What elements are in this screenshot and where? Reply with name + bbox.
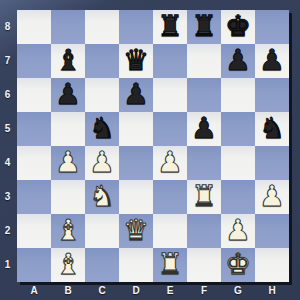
square-e6[interactable]: [153, 78, 187, 112]
square-d5[interactable]: [119, 112, 153, 146]
file-label-h: H: [255, 283, 289, 299]
square-h8[interactable]: [255, 10, 289, 44]
white-rook-e1: ♜: [153, 248, 187, 282]
white-pawn-c4: ♟: [85, 146, 119, 180]
rank-label-5: 5: [0, 112, 15, 146]
chess-board: ♜♜♚♝♛♟♟♟♟♞♟♞♟♟♟♞♜♟♝♛♟♝♜♚: [17, 10, 289, 282]
square-b4[interactable]: ♟: [51, 146, 85, 180]
rank-label-7: 7: [0, 44, 15, 78]
square-h5[interactable]: ♞: [255, 112, 289, 146]
square-b3[interactable]: [51, 180, 85, 214]
rank-label-2: 2: [0, 214, 15, 248]
square-f2[interactable]: [187, 214, 221, 248]
square-e2[interactable]: [153, 214, 187, 248]
black-knight-h5: ♞: [255, 112, 289, 146]
white-pawn-g2: ♟: [221, 214, 255, 248]
rank-label-8: 8: [0, 10, 15, 44]
square-h7[interactable]: ♟: [255, 44, 289, 78]
file-labels: ABCDEFGH: [17, 283, 289, 300]
square-h3[interactable]: ♟: [255, 180, 289, 214]
square-g2[interactable]: ♟: [221, 214, 255, 248]
black-queen-d7: ♛: [119, 44, 153, 78]
square-c5[interactable]: ♞: [85, 112, 119, 146]
white-pawn-e4: ♟: [153, 146, 187, 180]
black-pawn-g7: ♟: [221, 44, 255, 78]
square-a7[interactable]: [17, 44, 51, 78]
file-label-b: B: [51, 283, 85, 299]
square-h4[interactable]: [255, 146, 289, 180]
square-d8[interactable]: [119, 10, 153, 44]
square-g1[interactable]: ♚: [221, 248, 255, 282]
square-b7[interactable]: ♝: [51, 44, 85, 78]
square-d3[interactable]: [119, 180, 153, 214]
chess-diagram: ♜♜♚♝♛♟♟♟♟♞♟♞♟♟♟♞♜♟♝♛♟♝♜♚ 87654321 ABCDEF…: [0, 0, 300, 300]
square-b1[interactable]: ♝: [51, 248, 85, 282]
square-g5[interactable]: [221, 112, 255, 146]
square-a5[interactable]: [17, 112, 51, 146]
square-e7[interactable]: [153, 44, 187, 78]
white-pawn-h3: ♟: [255, 180, 289, 214]
square-c6[interactable]: [85, 78, 119, 112]
file-label-g: G: [221, 283, 255, 299]
square-g7[interactable]: ♟: [221, 44, 255, 78]
square-f7[interactable]: [187, 44, 221, 78]
square-e8[interactable]: ♜: [153, 10, 187, 44]
square-e4[interactable]: ♟: [153, 146, 187, 180]
white-pawn-b4: ♟: [51, 146, 85, 180]
file-label-e: E: [153, 283, 187, 299]
square-c7[interactable]: [85, 44, 119, 78]
square-h2[interactable]: [255, 214, 289, 248]
square-a6[interactable]: [17, 78, 51, 112]
black-rook-f8: ♜: [187, 10, 221, 44]
square-g4[interactable]: [221, 146, 255, 180]
square-g3[interactable]: [221, 180, 255, 214]
file-label-d: D: [119, 283, 153, 299]
rank-labels: 87654321: [0, 10, 17, 282]
square-a3[interactable]: [17, 180, 51, 214]
square-a1[interactable]: [17, 248, 51, 282]
square-c1[interactable]: [85, 248, 119, 282]
file-label-f: F: [187, 283, 221, 299]
square-f3[interactable]: ♜: [187, 180, 221, 214]
square-f8[interactable]: ♜: [187, 10, 221, 44]
square-h1[interactable]: [255, 248, 289, 282]
white-knight-c3: ♞: [85, 180, 119, 214]
square-d7[interactable]: ♛: [119, 44, 153, 78]
square-e5[interactable]: [153, 112, 187, 146]
white-bishop-b1: ♝: [51, 248, 85, 282]
square-e1[interactable]: ♜: [153, 248, 187, 282]
square-e3[interactable]: [153, 180, 187, 214]
file-label-a: A: [17, 283, 51, 299]
black-king-g8: ♚: [221, 10, 255, 44]
square-c3[interactable]: ♞: [85, 180, 119, 214]
square-f1[interactable]: [187, 248, 221, 282]
white-rook-f3: ♜: [187, 180, 221, 214]
square-d4[interactable]: [119, 146, 153, 180]
square-c8[interactable]: [85, 10, 119, 44]
square-g6[interactable]: [221, 78, 255, 112]
black-pawn-b6: ♟: [51, 78, 85, 112]
black-knight-c5: ♞: [85, 112, 119, 146]
square-f4[interactable]: [187, 146, 221, 180]
square-a2[interactable]: [17, 214, 51, 248]
square-g8[interactable]: ♚: [221, 10, 255, 44]
square-b8[interactable]: [51, 10, 85, 44]
square-d6[interactable]: ♟: [119, 78, 153, 112]
black-bishop-b7: ♝: [51, 44, 85, 78]
white-queen-d2: ♛: [119, 214, 153, 248]
rank-label-3: 3: [0, 180, 15, 214]
square-c2[interactable]: [85, 214, 119, 248]
rank-label-6: 6: [0, 78, 15, 112]
square-d2[interactable]: ♛: [119, 214, 153, 248]
square-b5[interactable]: [51, 112, 85, 146]
black-pawn-h7: ♟: [255, 44, 289, 78]
square-a4[interactable]: [17, 146, 51, 180]
white-king-g1: ♚: [221, 248, 255, 282]
square-d1[interactable]: [119, 248, 153, 282]
black-pawn-f5: ♟: [187, 112, 221, 146]
rank-label-1: 1: [0, 248, 15, 282]
black-rook-e8: ♜: [153, 10, 187, 44]
square-a8[interactable]: [17, 10, 51, 44]
black-pawn-d6: ♟: [119, 78, 153, 112]
square-b6[interactable]: ♟: [51, 78, 85, 112]
square-c4[interactable]: ♟: [85, 146, 119, 180]
file-label-c: C: [85, 283, 119, 299]
white-bishop-b2: ♝: [51, 214, 85, 248]
square-f6[interactable]: [187, 78, 221, 112]
square-f5[interactable]: ♟: [187, 112, 221, 146]
rank-label-4: 4: [0, 146, 15, 180]
square-b2[interactable]: ♝: [51, 214, 85, 248]
square-h6[interactable]: [255, 78, 289, 112]
